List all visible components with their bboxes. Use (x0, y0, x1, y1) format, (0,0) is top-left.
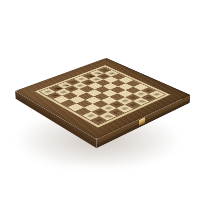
scene: ♜♞♝♛♚♝♞♜♟♟♟♟♟♟♟♟♟♟♟♟♟♟♟♟♜♞♝♛♚♝♞♜ (0, 0, 200, 200)
board-frame: ♜♞♝♛♚♝♞♜♟♟♟♟♟♟♟♟♟♟♟♟♟♟♟♟♜♞♝♛♚♝♞♜ (15, 58, 190, 139)
square-a7: ♟ (47, 92, 63, 99)
brass-clasp (139, 117, 145, 126)
product-photo[interactable]: Wooden folding chess set with carved pie… (0, 0, 200, 200)
chess-box: ♜♞♝♛♚♝♞♜♟♟♟♟♟♟♟♟♟♟♟♟♟♟♟♟♜♞♝♛♚♝♞♜ (15, 58, 190, 139)
square-a1: ♜ (90, 116, 107, 124)
